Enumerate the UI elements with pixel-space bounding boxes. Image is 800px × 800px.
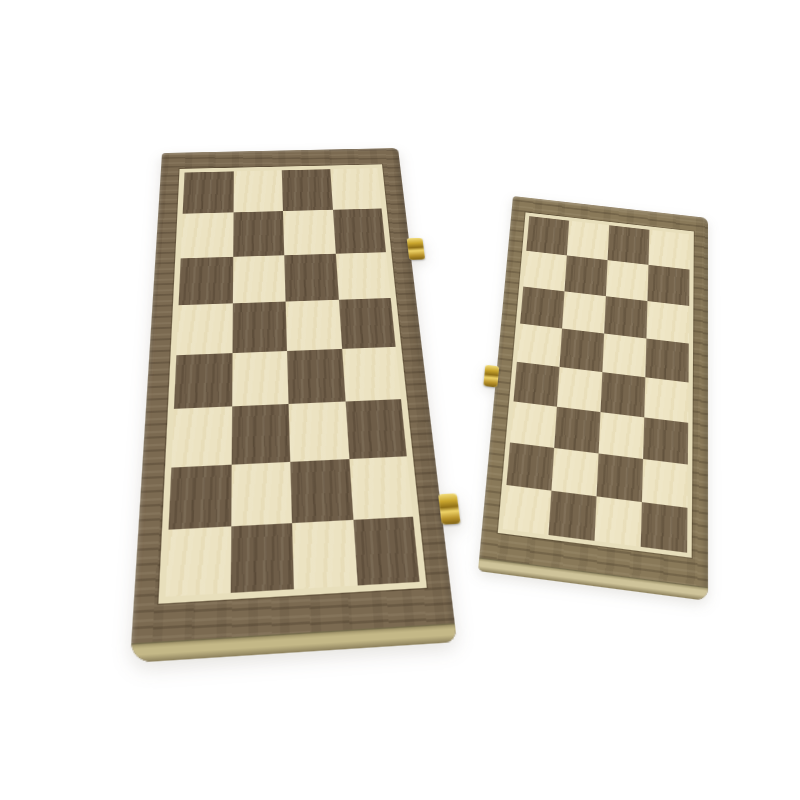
board-square xyxy=(292,520,357,590)
board-square xyxy=(526,216,569,255)
board-square xyxy=(644,377,688,423)
board-square xyxy=(648,230,689,270)
board-square xyxy=(289,402,349,462)
photo-stage xyxy=(0,0,800,800)
board-square xyxy=(171,407,231,467)
board-square xyxy=(523,251,567,292)
board-square xyxy=(349,456,413,520)
board-square xyxy=(520,287,564,329)
board-square xyxy=(179,256,233,305)
box-side-edge xyxy=(478,557,708,601)
checkerboard xyxy=(166,168,420,597)
board-square xyxy=(174,353,232,409)
board-square xyxy=(608,225,650,265)
box-frame xyxy=(130,148,457,663)
box-side-edge xyxy=(130,623,457,663)
brass-hinge xyxy=(483,365,499,388)
board-square xyxy=(517,324,562,367)
board-square xyxy=(338,298,395,349)
board-square xyxy=(510,401,557,448)
board-square xyxy=(562,291,606,333)
board-square xyxy=(548,491,596,541)
board-square xyxy=(231,404,290,464)
board-square xyxy=(166,526,231,597)
board-square xyxy=(233,170,283,212)
box-frame xyxy=(478,196,708,601)
board-square xyxy=(597,453,644,502)
board-square xyxy=(353,516,420,585)
chess-box-left xyxy=(130,148,457,663)
board-square xyxy=(176,303,232,355)
box-lid-surface xyxy=(158,164,426,603)
board-square xyxy=(232,301,287,353)
board-square xyxy=(560,329,605,373)
board-square xyxy=(230,523,294,593)
board-square xyxy=(183,171,234,213)
board-square xyxy=(342,347,401,402)
board-square xyxy=(287,349,345,404)
board-square xyxy=(567,221,609,260)
board-square xyxy=(641,502,688,553)
board-square xyxy=(642,459,688,508)
board-square xyxy=(514,362,560,407)
board-square xyxy=(282,169,333,211)
board-square xyxy=(594,496,641,546)
board-square xyxy=(330,168,382,210)
board-square xyxy=(335,252,390,300)
board-square xyxy=(503,485,552,535)
brass-hinge xyxy=(407,238,425,260)
box-lid-surface xyxy=(498,212,694,557)
board-square xyxy=(233,211,285,256)
board-square xyxy=(647,265,689,306)
board-square xyxy=(169,464,232,529)
board-square xyxy=(332,209,385,254)
board-square xyxy=(284,253,338,301)
board-square xyxy=(286,300,342,351)
chess-box-right xyxy=(478,196,708,601)
board-square xyxy=(232,351,289,407)
board-square xyxy=(181,213,233,258)
board-square xyxy=(645,339,688,383)
board-square xyxy=(600,372,645,417)
board-square xyxy=(643,417,688,464)
board-square xyxy=(565,255,608,296)
board-square xyxy=(554,407,600,454)
board-square xyxy=(557,367,602,412)
board-square xyxy=(646,301,689,343)
board-square xyxy=(283,210,335,255)
board-square xyxy=(599,412,645,459)
checkerboard xyxy=(503,216,690,553)
board-square xyxy=(604,296,647,338)
board-square xyxy=(231,461,292,526)
board-square xyxy=(602,334,646,378)
board-square xyxy=(345,399,407,458)
board-square xyxy=(232,255,285,303)
board-square xyxy=(551,448,598,496)
board-square xyxy=(606,260,649,301)
brass-hinge xyxy=(438,493,460,524)
board-square xyxy=(506,442,554,490)
board-square xyxy=(290,459,353,523)
